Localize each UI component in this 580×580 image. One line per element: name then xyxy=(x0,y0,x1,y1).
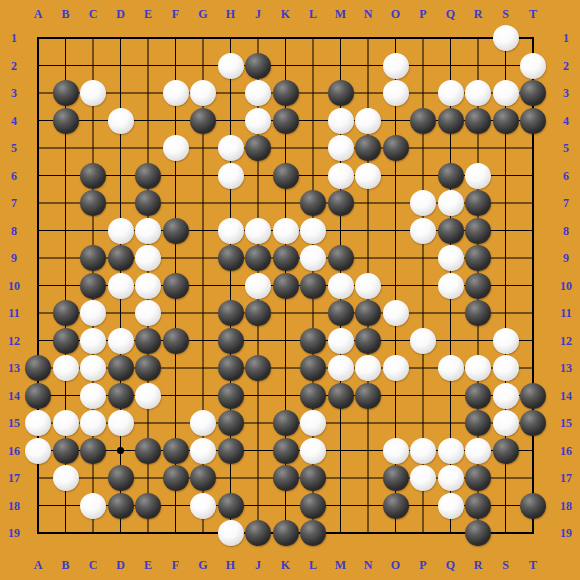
stone-black xyxy=(465,520,491,546)
stone-black xyxy=(273,465,299,491)
stone-white xyxy=(493,383,519,409)
stone-black xyxy=(135,493,161,519)
stone-white xyxy=(300,410,326,436)
column-label: C xyxy=(89,559,98,571)
stone-white xyxy=(80,355,106,381)
stone-white xyxy=(80,80,106,106)
stone-white xyxy=(465,163,491,189)
stone-black xyxy=(135,328,161,354)
row-label: 11 xyxy=(8,307,19,319)
star-point xyxy=(117,447,124,454)
stone-black xyxy=(163,218,189,244)
stone-black xyxy=(218,300,244,326)
stone-black xyxy=(273,245,299,271)
row-label: 13 xyxy=(8,362,20,374)
stone-white xyxy=(190,438,216,464)
stone-black xyxy=(355,328,381,354)
stone-white xyxy=(218,163,244,189)
stone-black xyxy=(465,108,491,134)
stone-white xyxy=(80,328,106,354)
stone-black xyxy=(218,383,244,409)
stone-white xyxy=(108,328,134,354)
stone-black xyxy=(218,355,244,381)
stone-black xyxy=(300,328,326,354)
stone-white xyxy=(300,218,326,244)
row-label: 1 xyxy=(563,32,569,44)
stone-white xyxy=(355,163,381,189)
stone-black xyxy=(273,438,299,464)
stone-white xyxy=(410,190,436,216)
stone-black xyxy=(465,190,491,216)
stone-white xyxy=(493,355,519,381)
row-label: 2 xyxy=(563,60,569,72)
stone-black xyxy=(465,465,491,491)
row-label: 14 xyxy=(8,390,20,402)
column-label: P xyxy=(419,559,426,571)
stone-black xyxy=(328,190,354,216)
row-label: 18 xyxy=(560,500,572,512)
stone-white xyxy=(438,438,464,464)
column-label: R xyxy=(474,559,483,571)
column-label: J xyxy=(255,559,261,571)
stone-black xyxy=(218,410,244,436)
column-label: D xyxy=(116,8,125,20)
stone-white xyxy=(520,53,546,79)
stone-white xyxy=(328,135,354,161)
stone-black xyxy=(493,108,519,134)
stone-black xyxy=(273,108,299,134)
stone-black xyxy=(520,383,546,409)
row-label: 12 xyxy=(560,335,572,347)
stone-black xyxy=(25,355,51,381)
stone-black xyxy=(300,383,326,409)
stone-white xyxy=(493,328,519,354)
row-label: 10 xyxy=(560,280,572,292)
stone-white xyxy=(410,465,436,491)
stone-black xyxy=(300,520,326,546)
stone-black xyxy=(465,383,491,409)
stone-white xyxy=(190,410,216,436)
row-label: 3 xyxy=(563,87,569,99)
stone-white xyxy=(80,410,106,436)
stone-white xyxy=(80,383,106,409)
stone-black xyxy=(520,80,546,106)
stone-white xyxy=(80,493,106,519)
stone-white xyxy=(190,493,216,519)
stone-black xyxy=(218,493,244,519)
stone-black xyxy=(108,465,134,491)
stone-white xyxy=(135,300,161,326)
stone-black xyxy=(465,493,491,519)
stone-black xyxy=(520,410,546,436)
column-label: N xyxy=(364,559,373,571)
stone-black xyxy=(163,273,189,299)
stone-white xyxy=(465,80,491,106)
stone-black xyxy=(328,383,354,409)
stone-white xyxy=(108,218,134,244)
stone-black xyxy=(135,438,161,464)
stone-white xyxy=(245,80,271,106)
column-label: K xyxy=(281,559,290,571)
stone-black xyxy=(218,328,244,354)
stone-white xyxy=(355,355,381,381)
stone-white xyxy=(410,328,436,354)
row-label: 17 xyxy=(560,472,572,484)
stone-white xyxy=(53,355,79,381)
row-label: 9 xyxy=(563,252,569,264)
stone-white xyxy=(438,190,464,216)
row-label: 11 xyxy=(560,307,571,319)
stone-black xyxy=(53,80,79,106)
stone-black xyxy=(355,300,381,326)
stone-white xyxy=(493,25,519,51)
column-label: C xyxy=(89,8,98,20)
stone-black xyxy=(108,355,134,381)
stone-white xyxy=(190,80,216,106)
stone-white xyxy=(328,328,354,354)
stone-white xyxy=(493,80,519,106)
stone-white xyxy=(273,218,299,244)
column-label: L xyxy=(309,559,317,571)
stone-black xyxy=(80,438,106,464)
stone-black xyxy=(245,53,271,79)
stone-white xyxy=(218,53,244,79)
column-label: P xyxy=(419,8,426,20)
row-label: 4 xyxy=(11,115,17,127)
column-label: T xyxy=(529,8,537,20)
row-label: 5 xyxy=(563,142,569,154)
stone-black xyxy=(273,273,299,299)
stone-white xyxy=(355,273,381,299)
stone-black xyxy=(25,383,51,409)
stone-black xyxy=(53,300,79,326)
stone-white xyxy=(300,438,326,464)
row-label: 16 xyxy=(560,445,572,457)
stone-black xyxy=(53,438,79,464)
stone-black xyxy=(300,273,326,299)
stone-white xyxy=(438,493,464,519)
column-label: M xyxy=(335,8,346,20)
stone-black xyxy=(465,273,491,299)
stone-white xyxy=(328,355,354,381)
stone-white xyxy=(383,53,409,79)
stone-white xyxy=(108,108,134,134)
stone-black xyxy=(53,328,79,354)
column-label: H xyxy=(226,8,235,20)
row-label: 16 xyxy=(8,445,20,457)
stone-black xyxy=(245,245,271,271)
stone-black xyxy=(383,465,409,491)
stone-black xyxy=(493,438,519,464)
stone-black xyxy=(80,273,106,299)
column-label: G xyxy=(198,559,207,571)
column-label: A xyxy=(34,8,43,20)
column-label: E xyxy=(144,8,152,20)
stone-white xyxy=(493,410,519,436)
stone-white xyxy=(135,383,161,409)
stone-white xyxy=(53,465,79,491)
stone-white xyxy=(328,163,354,189)
column-label: H xyxy=(226,559,235,571)
stone-white xyxy=(328,108,354,134)
stone-black xyxy=(245,520,271,546)
row-label: 7 xyxy=(11,197,17,209)
column-label: G xyxy=(198,8,207,20)
stone-black xyxy=(80,245,106,271)
stone-white xyxy=(218,218,244,244)
stone-white xyxy=(80,300,106,326)
stone-black xyxy=(465,300,491,326)
go-board[interactable]: ABCDEFGHJKLMNOPQRST ABCDEFGHJKLMNOPQRST … xyxy=(0,0,580,580)
stone-black xyxy=(135,163,161,189)
stone-white xyxy=(383,300,409,326)
stone-black xyxy=(300,190,326,216)
stone-black xyxy=(328,300,354,326)
column-label: M xyxy=(335,559,346,571)
stone-black xyxy=(273,80,299,106)
stone-white xyxy=(25,410,51,436)
stone-white xyxy=(108,273,134,299)
stone-white xyxy=(108,410,134,436)
row-label: 15 xyxy=(8,417,20,429)
stone-black xyxy=(300,465,326,491)
stone-black xyxy=(190,108,216,134)
row-label: 7 xyxy=(563,197,569,209)
stone-white xyxy=(383,80,409,106)
column-label: O xyxy=(391,8,400,20)
stone-black xyxy=(438,218,464,244)
stone-black xyxy=(328,245,354,271)
stone-white xyxy=(135,218,161,244)
stone-black xyxy=(163,328,189,354)
stone-white xyxy=(438,355,464,381)
stone-white xyxy=(410,438,436,464)
row-label: 6 xyxy=(563,170,569,182)
stone-white xyxy=(218,135,244,161)
column-label: A xyxy=(34,559,43,571)
row-label: 5 xyxy=(11,142,17,154)
stone-black xyxy=(300,355,326,381)
column-label: S xyxy=(502,559,509,571)
stone-black xyxy=(190,465,216,491)
row-label: 8 xyxy=(11,225,17,237)
stone-black xyxy=(218,438,244,464)
row-label: 12 xyxy=(8,335,20,347)
column-label: O xyxy=(391,559,400,571)
stone-black xyxy=(245,300,271,326)
column-label: L xyxy=(309,8,317,20)
row-label: 15 xyxy=(560,417,572,429)
stone-black xyxy=(355,383,381,409)
row-label: 18 xyxy=(8,500,20,512)
column-label: J xyxy=(255,8,261,20)
stone-white xyxy=(328,273,354,299)
stone-black xyxy=(465,218,491,244)
stone-white xyxy=(163,135,189,161)
stone-white xyxy=(53,410,79,436)
column-label: F xyxy=(172,559,179,571)
row-label: 2 xyxy=(11,60,17,72)
row-label: 3 xyxy=(11,87,17,99)
stone-black xyxy=(520,108,546,134)
stone-black xyxy=(218,245,244,271)
stone-white xyxy=(410,218,436,244)
stone-black xyxy=(273,410,299,436)
row-label: 6 xyxy=(11,170,17,182)
stone-black xyxy=(108,245,134,271)
stone-black xyxy=(355,135,381,161)
stone-black xyxy=(273,520,299,546)
stone-white xyxy=(163,80,189,106)
stone-white xyxy=(383,355,409,381)
stone-black xyxy=(245,135,271,161)
row-label: 19 xyxy=(8,527,20,539)
stone-black xyxy=(465,245,491,271)
column-label: B xyxy=(61,8,69,20)
column-label: D xyxy=(116,559,125,571)
stone-white xyxy=(438,245,464,271)
column-label: K xyxy=(281,8,290,20)
row-label: 9 xyxy=(11,252,17,264)
row-label: 19 xyxy=(560,527,572,539)
stone-white xyxy=(383,438,409,464)
row-label: 8 xyxy=(563,225,569,237)
stone-white xyxy=(438,465,464,491)
stone-white xyxy=(465,438,491,464)
column-label: F xyxy=(172,8,179,20)
row-label: 14 xyxy=(560,390,572,402)
stone-black xyxy=(108,493,134,519)
stone-black xyxy=(135,355,161,381)
column-label: Q xyxy=(446,8,455,20)
stone-white xyxy=(465,355,491,381)
row-label: 13 xyxy=(560,362,572,374)
stone-white xyxy=(25,438,51,464)
stone-black xyxy=(108,383,134,409)
stone-black xyxy=(410,108,436,134)
stone-black xyxy=(520,493,546,519)
stone-black xyxy=(383,493,409,519)
stone-white xyxy=(438,80,464,106)
column-label: T xyxy=(529,559,537,571)
stone-black xyxy=(328,80,354,106)
stone-white xyxy=(245,108,271,134)
row-label: 17 xyxy=(8,472,20,484)
stone-white xyxy=(355,108,381,134)
stone-white xyxy=(245,273,271,299)
stone-white xyxy=(438,273,464,299)
stone-black xyxy=(80,190,106,216)
column-label: N xyxy=(364,8,373,20)
stone-black xyxy=(383,135,409,161)
row-label: 4 xyxy=(563,115,569,127)
stone-white xyxy=(135,245,161,271)
column-label: Q xyxy=(446,559,455,571)
stone-white xyxy=(218,520,244,546)
column-label: R xyxy=(474,8,483,20)
stone-white xyxy=(245,218,271,244)
stone-black xyxy=(53,108,79,134)
stone-white xyxy=(135,273,161,299)
stone-black xyxy=(163,465,189,491)
stone-black xyxy=(163,438,189,464)
stone-white xyxy=(300,245,326,271)
row-label: 10 xyxy=(8,280,20,292)
row-label: 1 xyxy=(11,32,17,44)
stone-black xyxy=(465,410,491,436)
stone-black xyxy=(80,163,106,189)
stone-black xyxy=(273,163,299,189)
stone-black xyxy=(300,493,326,519)
column-label: E xyxy=(144,559,152,571)
column-label: B xyxy=(61,559,69,571)
stone-black xyxy=(438,108,464,134)
stone-black xyxy=(245,355,271,381)
stone-black xyxy=(135,190,161,216)
column-label: S xyxy=(502,8,509,20)
stone-black xyxy=(438,163,464,189)
